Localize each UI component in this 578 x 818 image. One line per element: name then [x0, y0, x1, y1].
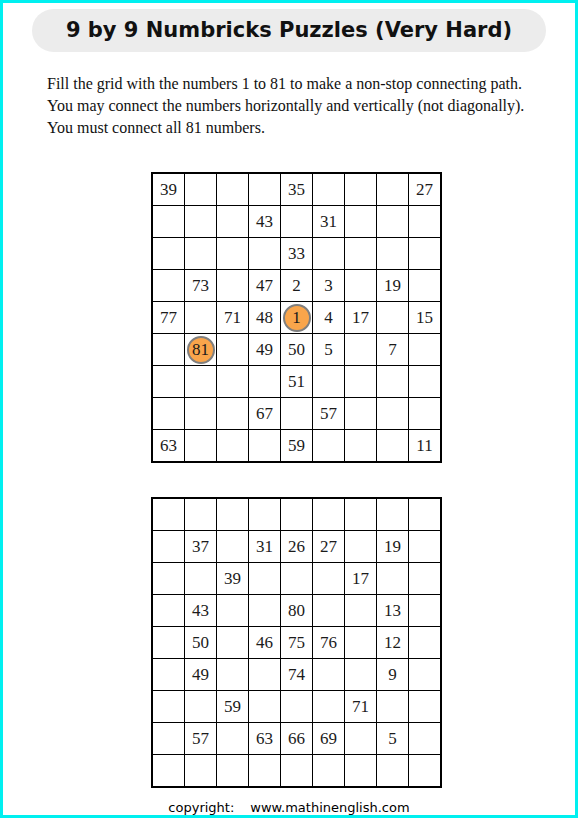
puzzle-1-cell-r6c7 — [345, 334, 376, 365]
puzzle-1-cell-r4c7 — [345, 270, 376, 301]
clue-number-63: 63 — [256, 730, 273, 747]
puzzle-2-cell-r4c7 — [345, 595, 376, 626]
clue-number-26: 26 — [288, 538, 305, 555]
puzzle-2-cell-r3c6 — [313, 563, 344, 594]
puzzle-2-cell-r6c3 — [217, 659, 248, 690]
circled-clue-1: 1 — [283, 304, 311, 332]
puzzle-2-cell-r9c8 — [377, 755, 408, 786]
numbricks-grid-1: 3935274331337347231977714814171581495057… — [151, 172, 442, 463]
puzzle-2-cell-r9c1 — [153, 755, 184, 786]
puzzle-1-cell-r2c9 — [409, 206, 440, 237]
puzzle-2-cell-r3c8 — [377, 563, 408, 594]
puzzle-2-cell-r6c6 — [313, 659, 344, 690]
puzzle-2-cell-r4c2: 43 — [185, 595, 216, 626]
puzzle-2-cell-r1c9 — [409, 499, 440, 530]
puzzle-2-cell-r1c1 — [153, 499, 184, 530]
puzzle-1-cell-r4c5: 2 — [281, 270, 312, 301]
puzzle-2-cell-r3c7: 17 — [345, 563, 376, 594]
puzzle-1-cell-r9c3 — [217, 430, 248, 461]
clue-number-19: 19 — [384, 538, 401, 555]
puzzle-1-cell-r7c4 — [249, 366, 280, 397]
clue-number-63: 63 — [160, 437, 177, 454]
puzzle-1-cell-r4c6: 3 — [313, 270, 344, 301]
clue-number-57: 57 — [320, 405, 337, 422]
puzzle-2-cell-r1c5 — [281, 499, 312, 530]
website-url: www.mathinenglish.com — [250, 800, 409, 815]
puzzle-1-cell-r6c8: 7 — [377, 334, 408, 365]
puzzle-2-cell-r7c7: 71 — [345, 691, 376, 722]
puzzle-1-cell-r8c5 — [281, 398, 312, 429]
puzzle-1-cell-r5c3: 71 — [217, 302, 248, 333]
puzzle-1-cell-r9c8 — [377, 430, 408, 461]
clue-number-50: 50 — [288, 341, 305, 358]
puzzle-2-cell-r8c6: 69 — [313, 723, 344, 754]
clue-number-59: 59 — [288, 437, 305, 454]
puzzle-2-cell-r6c8: 9 — [377, 659, 408, 690]
puzzle-1-cell-r8c6: 57 — [313, 398, 344, 429]
puzzle-2-cell-r9c2 — [185, 755, 216, 786]
puzzle-1-cell-r9c6 — [313, 430, 344, 461]
puzzle-2-cell-r7c6 — [313, 691, 344, 722]
puzzle-2-cell-r6c2: 49 — [185, 659, 216, 690]
puzzle-2-cell-r9c6 — [313, 755, 344, 786]
puzzle-1-cell-r3c4 — [249, 238, 280, 269]
clue-number-35: 35 — [288, 181, 305, 198]
puzzle-1-cell-r5c1: 77 — [153, 302, 184, 333]
puzzle-1-cell-r2c1 — [153, 206, 184, 237]
puzzle-1-cell-r9c1: 63 — [153, 430, 184, 461]
puzzle-2-cell-r5c3 — [217, 627, 248, 658]
instruction-line-1: Fill the grid with the numbers 1 to 81 t… — [47, 73, 575, 95]
puzzle-2-cell-r1c8 — [377, 499, 408, 530]
clue-number-71: 71 — [352, 698, 369, 715]
puzzle-1-cell-r3c8 — [377, 238, 408, 269]
puzzle-1-cell-r6c4: 49 — [249, 334, 280, 365]
puzzle-1-cell-r2c7 — [345, 206, 376, 237]
title-bar: 9 by 9 Numbricks Puzzles (Very Hard) — [3, 9, 575, 52]
puzzle-2-cell-r8c5: 66 — [281, 723, 312, 754]
puzzle-2-cell-r9c5 — [281, 755, 312, 786]
puzzle-2-cell-r1c3 — [217, 499, 248, 530]
puzzle-2-cell-r2c2: 37 — [185, 531, 216, 562]
puzzle-1-cell-r5c5: 1 — [281, 302, 312, 333]
puzzle-1-cell-r1c3 — [217, 174, 248, 205]
clue-number-59: 59 — [224, 698, 241, 715]
puzzle-1-cell-r6c9 — [409, 334, 440, 365]
puzzle-1-cell-r1c6 — [313, 174, 344, 205]
puzzle-2-cell-r2c7 — [345, 531, 376, 562]
clue-number-3: 3 — [324, 277, 333, 294]
puzzle-1-cell-r2c2 — [185, 206, 216, 237]
puzzle-1-cell-r4c2: 73 — [185, 270, 216, 301]
puzzle-2-cell-r6c9 — [409, 659, 440, 690]
puzzle-1-cell-r3c6 — [313, 238, 344, 269]
puzzle-2-cell-r5c1 — [153, 627, 184, 658]
puzzle-2-cell-r6c4 — [249, 659, 280, 690]
puzzle-1-cell-r5c7: 17 — [345, 302, 376, 333]
puzzle-2-cell-r8c8: 5 — [377, 723, 408, 754]
puzzle-1-cell-r2c3 — [217, 206, 248, 237]
puzzle-2-cell-r2c5: 26 — [281, 531, 312, 562]
puzzle-2-cell-r6c5: 74 — [281, 659, 312, 690]
puzzle-2-cell-r8c7 — [345, 723, 376, 754]
clue-number-50: 50 — [192, 634, 209, 651]
numbricks-grid-2: 3731262719391743801350467576124974959715… — [151, 497, 442, 788]
puzzle-1-cell-r7c9 — [409, 366, 440, 397]
page-title: 9 by 9 Numbricks Puzzles (Very Hard) — [32, 9, 546, 52]
puzzle-1-cell-r9c7 — [345, 430, 376, 461]
clue-number-43: 43 — [256, 213, 273, 230]
puzzle-2-cell-r9c9 — [409, 755, 440, 786]
clue-number-67: 67 — [256, 405, 273, 422]
clue-number-48: 48 — [256, 309, 273, 326]
clue-number-12: 12 — [384, 634, 401, 651]
puzzle-1-cell-r5c9: 15 — [409, 302, 440, 333]
puzzle-2-cell-r1c6 — [313, 499, 344, 530]
clue-number-5: 5 — [324, 341, 333, 358]
puzzle-2-cell-r8c4: 63 — [249, 723, 280, 754]
puzzle-1-cell-r1c7 — [345, 174, 376, 205]
puzzle-2-cell-r8c1 — [153, 723, 184, 754]
puzzle-2-cell-r2c1 — [153, 531, 184, 562]
puzzle-2-cell-r7c2 — [185, 691, 216, 722]
circled-clue-81: 81 — [187, 336, 215, 364]
puzzle-1-cell-r7c1 — [153, 366, 184, 397]
puzzle-1-cell-r4c4: 47 — [249, 270, 280, 301]
puzzle-1-cell-r5c4: 48 — [249, 302, 280, 333]
puzzle-2-cell-r3c3: 39 — [217, 563, 248, 594]
puzzle-1-cell-r9c2 — [185, 430, 216, 461]
clue-number-49: 49 — [192, 666, 209, 683]
puzzle-2-cell-r9c7 — [345, 755, 376, 786]
copyright-footer: copyright:www.mathinenglish.com — [3, 800, 575, 815]
puzzle-1-cell-r7c7 — [345, 366, 376, 397]
puzzle-1-cell-r1c1: 39 — [153, 174, 184, 205]
puzzle-2-cell-r8c2: 57 — [185, 723, 216, 754]
clue-number-47: 47 — [256, 277, 273, 294]
clue-number-39: 39 — [160, 181, 177, 198]
clue-number-4: 4 — [324, 309, 333, 326]
clue-number-74: 74 — [288, 666, 305, 683]
puzzle-2-cell-r1c4 — [249, 499, 280, 530]
clue-number-75: 75 — [288, 634, 305, 651]
puzzle-2-cell-r5c4: 46 — [249, 627, 280, 658]
clue-number-33: 33 — [288, 245, 305, 262]
puzzle-1-cell-r7c6 — [313, 366, 344, 397]
clue-number-7: 7 — [388, 341, 397, 358]
puzzle-2-cell-r7c1 — [153, 691, 184, 722]
puzzle-1-cell-r1c5: 35 — [281, 174, 312, 205]
puzzle-2-cell-r5c6: 76 — [313, 627, 344, 658]
puzzle-1-cell-r7c8 — [377, 366, 408, 397]
puzzle-2-cell-r9c3 — [217, 755, 248, 786]
puzzle-1-cell-r8c3 — [217, 398, 248, 429]
puzzle-2-cell-r4c3 — [217, 595, 248, 626]
clue-number-43: 43 — [192, 602, 209, 619]
puzzle-1-cell-r3c3 — [217, 238, 248, 269]
puzzle-2-cell-r4c5: 80 — [281, 595, 312, 626]
puzzle-2-cell-r7c5 — [281, 691, 312, 722]
puzzle-2-cell-r4c6 — [313, 595, 344, 626]
puzzle-1-cell-r4c3 — [217, 270, 248, 301]
clue-number-46: 46 — [256, 634, 273, 651]
puzzle-2-cell-r2c8: 19 — [377, 531, 408, 562]
puzzle-1-cell-r6c2: 81 — [185, 334, 216, 365]
puzzle-1-cell-r8c1 — [153, 398, 184, 429]
puzzle-1-cell-r4c8: 19 — [377, 270, 408, 301]
puzzle-2-cell-r3c5 — [281, 563, 312, 594]
puzzle-1-cell-r3c2 — [185, 238, 216, 269]
puzzle-1-cell-r9c4 — [249, 430, 280, 461]
puzzle-2-cell-r5c8: 12 — [377, 627, 408, 658]
clue-number-5: 5 — [388, 730, 397, 747]
puzzle-1-cell-r6c5: 50 — [281, 334, 312, 365]
puzzle-2-cell-r8c3 — [217, 723, 248, 754]
clue-number-31: 31 — [256, 538, 273, 555]
puzzle-1-cell-r1c9: 27 — [409, 174, 440, 205]
clue-number-17: 17 — [352, 309, 369, 326]
puzzle-2-cell-r2c9 — [409, 531, 440, 562]
puzzle-2-cell-r5c9 — [409, 627, 440, 658]
puzzle-2-cell-r3c4 — [249, 563, 280, 594]
clue-number-27: 27 — [320, 538, 337, 555]
puzzle-1-cell-r3c1 — [153, 238, 184, 269]
clue-number-9: 9 — [388, 666, 397, 683]
clue-number-77: 77 — [160, 309, 177, 326]
puzzle-1-cell-r5c8 — [377, 302, 408, 333]
puzzle-2-cell-r7c4 — [249, 691, 280, 722]
puzzle-2-cell-r9c4 — [249, 755, 280, 786]
puzzle-1-cell-r7c3 — [217, 366, 248, 397]
puzzle-2-cell-r1c2 — [185, 499, 216, 530]
clue-number-37: 37 — [192, 538, 209, 555]
puzzle-1-cell-r1c8 — [377, 174, 408, 205]
clue-number-31: 31 — [320, 213, 337, 230]
instruction-line-2: You may connect the numbers horizontally… — [47, 95, 575, 117]
puzzle-1-cell-r9c5: 59 — [281, 430, 312, 461]
clue-number-13: 13 — [384, 602, 401, 619]
clue-number-27: 27 — [416, 181, 433, 198]
puzzle-1-cell-r8c9 — [409, 398, 440, 429]
puzzle-1-cell-r4c9 — [409, 270, 440, 301]
puzzle-1-cell-r3c5: 33 — [281, 238, 312, 269]
clue-number-11: 11 — [416, 437, 432, 454]
clue-number-49: 49 — [256, 341, 273, 358]
puzzle-1-cell-r2c4: 43 — [249, 206, 280, 237]
clue-number-66: 66 — [288, 730, 305, 747]
puzzle-2-cell-r7c3: 59 — [217, 691, 248, 722]
puzzle-2-cell-r2c4: 31 — [249, 531, 280, 562]
puzzle-2-cell-r4c8: 13 — [377, 595, 408, 626]
puzzle-1-cell-r2c6: 31 — [313, 206, 344, 237]
clue-number-19: 19 — [384, 277, 401, 294]
clue-number-73: 73 — [192, 277, 209, 294]
puzzle-2-cell-r2c6: 27 — [313, 531, 344, 562]
puzzle-2-cell-r5c5: 75 — [281, 627, 312, 658]
puzzle-1-cell-r4c1 — [153, 270, 184, 301]
puzzle-1-cell-r3c7 — [345, 238, 376, 269]
puzzle-1-cell-r6c1 — [153, 334, 184, 365]
puzzle-1-cell-r8c7 — [345, 398, 376, 429]
puzzle-1-cell-r5c6: 4 — [313, 302, 344, 333]
puzzle-1-cell-r2c5 — [281, 206, 312, 237]
instructions: Fill the grid with the numbers 1 to 81 t… — [47, 73, 575, 139]
instruction-line-3: You must connect all 81 numbers. — [47, 117, 575, 139]
puzzle-1-cell-r6c3 — [217, 334, 248, 365]
puzzle-2-cell-r4c1 — [153, 595, 184, 626]
clue-number-80: 80 — [288, 602, 305, 619]
puzzle-2-cell-r3c9 — [409, 563, 440, 594]
puzzle-1-cell-r8c4: 67 — [249, 398, 280, 429]
puzzle-2-cell-r7c8 — [377, 691, 408, 722]
puzzle-1-cell-r7c5: 51 — [281, 366, 312, 397]
puzzle-2-cell-r4c9 — [409, 595, 440, 626]
puzzle-1-cell-r2c8 — [377, 206, 408, 237]
puzzle-1-cell-r9c9: 11 — [409, 430, 440, 461]
puzzle-1-cell-r7c2 — [185, 366, 216, 397]
puzzle-2-cell-r5c7 — [345, 627, 376, 658]
puzzle-1-cell-r8c2 — [185, 398, 216, 429]
puzzle-2-cell-r4c4 — [249, 595, 280, 626]
puzzle-1-cell-r1c2 — [185, 174, 216, 205]
clue-number-2: 2 — [292, 277, 301, 294]
puzzle-1-cell-r5c2 — [185, 302, 216, 333]
puzzle-2-cell-r6c1 — [153, 659, 184, 690]
puzzle-2-cell-r5c2: 50 — [185, 627, 216, 658]
puzzle-1-cell-r1c4 — [249, 174, 280, 205]
puzzle-2-cell-r3c1 — [153, 563, 184, 594]
clue-number-39: 39 — [224, 570, 241, 587]
clue-number-17: 17 — [352, 570, 369, 587]
puzzle-2-cell-r1c7 — [345, 499, 376, 530]
puzzle-1-cell-r6c6: 5 — [313, 334, 344, 365]
copyright-label: copyright: — [168, 800, 234, 815]
clue-number-57: 57 — [192, 730, 209, 747]
puzzle-2-cell-r3c2 — [185, 563, 216, 594]
puzzle-1-cell-r3c9 — [409, 238, 440, 269]
clue-number-69: 69 — [320, 730, 337, 747]
puzzle-2-cell-r6c7 — [345, 659, 376, 690]
clue-number-76: 76 — [320, 634, 337, 651]
puzzle-2-cell-r8c9 — [409, 723, 440, 754]
puzzle-2-cell-r2c3 — [217, 531, 248, 562]
clue-number-71: 71 — [224, 309, 241, 326]
clue-number-51: 51 — [288, 373, 305, 390]
puzzle-2-cell-r7c9 — [409, 691, 440, 722]
puzzle-1-cell-r8c8 — [377, 398, 408, 429]
clue-number-15: 15 — [416, 309, 433, 326]
